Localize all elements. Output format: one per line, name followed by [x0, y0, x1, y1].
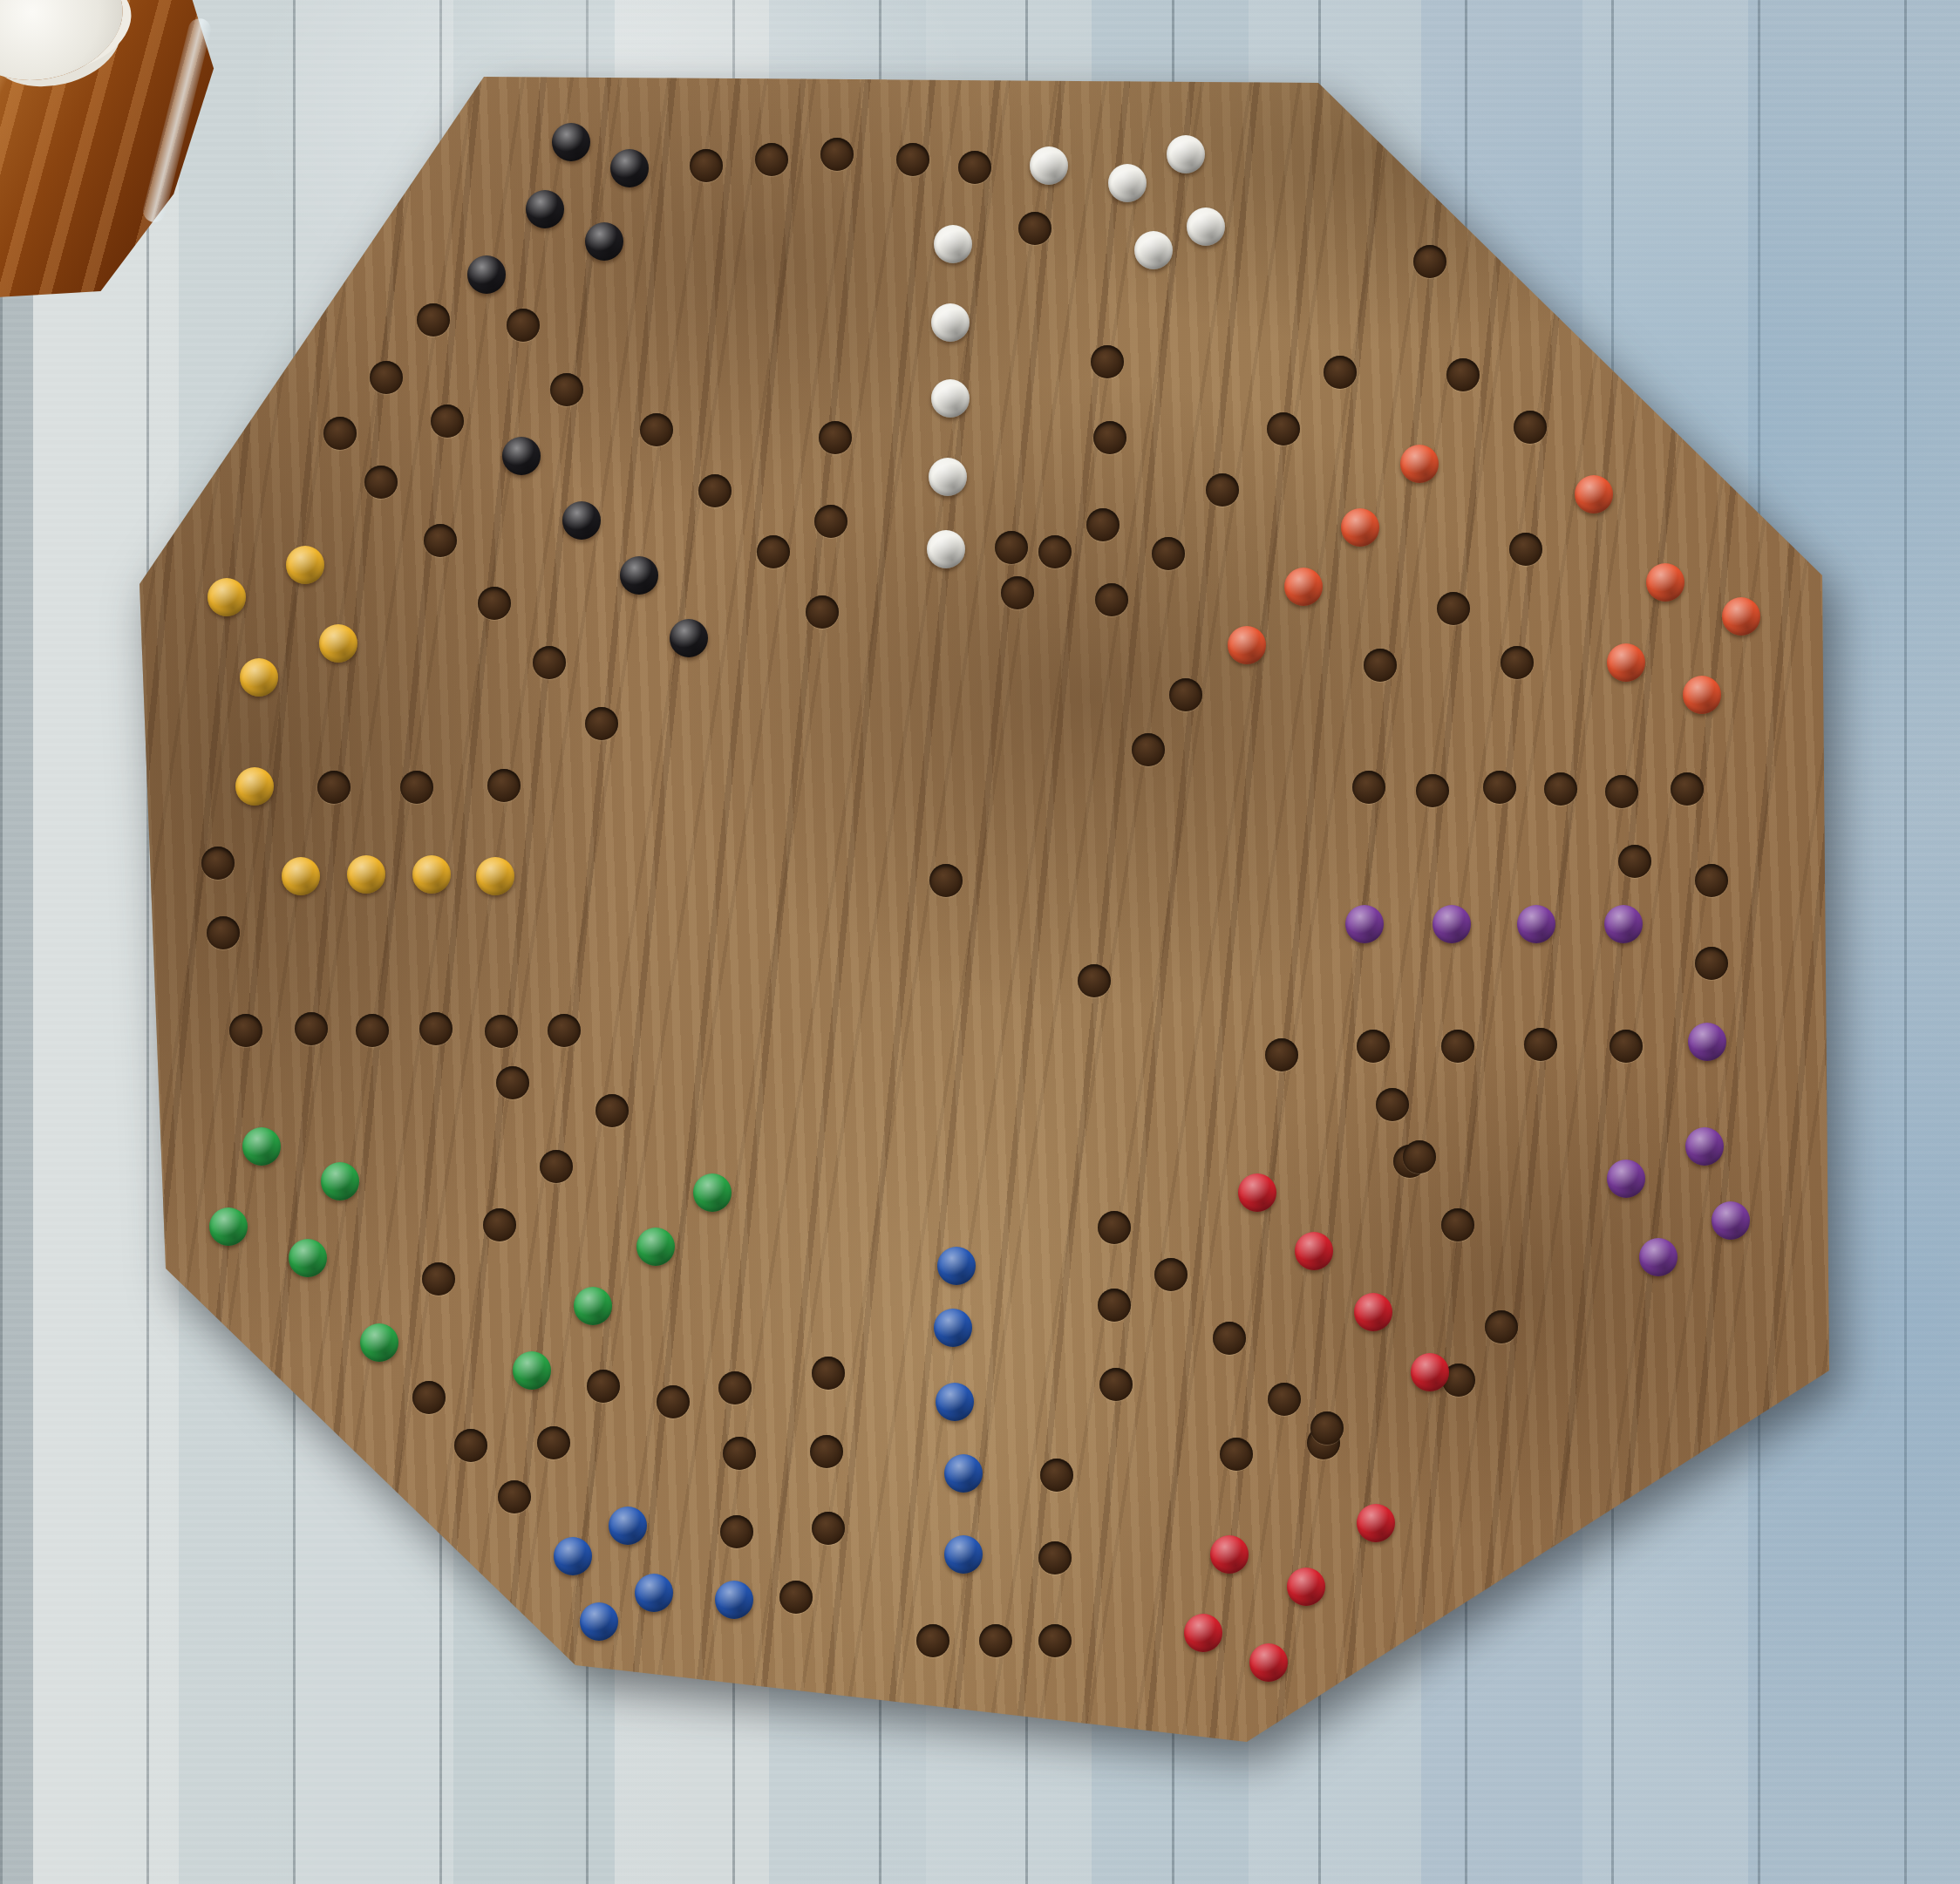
track-hole[interactable]	[540, 1150, 573, 1183]
track-hole[interactable]	[550, 373, 583, 406]
track-hole[interactable]	[1485, 1310, 1518, 1343]
track-hole[interactable]	[533, 646, 566, 679]
track-hole[interactable]	[1038, 535, 1072, 568]
red-home-hole[interactable]	[1411, 1353, 1449, 1391]
blue-home-hole[interactable]	[934, 1309, 972, 1347]
blue-start-hole[interactable]	[715, 1581, 753, 1619]
black-home-hole[interactable]	[620, 556, 658, 595]
track-hole[interactable]	[1483, 771, 1516, 804]
white-home-hole[interactable]	[934, 225, 972, 263]
track-hole[interactable]	[657, 1385, 690, 1418]
black-start-hole[interactable]	[526, 190, 564, 228]
track-hole[interactable]	[1169, 678, 1202, 711]
track-hole[interactable]	[1038, 1541, 1072, 1575]
track-hole[interactable]	[1018, 212, 1051, 245]
track-hole[interactable]	[1357, 1030, 1390, 1063]
track-hole[interactable]	[640, 413, 673, 446]
orange-home-hole[interactable]	[1341, 508, 1379, 547]
track-hole[interactable]	[537, 1426, 570, 1459]
track-hole[interactable]	[1093, 421, 1126, 454]
green-start-hole[interactable]	[360, 1323, 398, 1362]
game-board	[0, 0, 1960, 1884]
purple-home-hole[interactable]	[1345, 905, 1384, 943]
orange-start-hole[interactable]	[1607, 643, 1645, 682]
board-wrapper	[0, 0, 1960, 1884]
green-home-hole[interactable]	[574, 1287, 612, 1325]
track-hole[interactable]	[995, 531, 1028, 564]
white-start-hole[interactable]	[1030, 146, 1068, 185]
track-hole[interactable]	[698, 474, 732, 507]
red-home-hole[interactable]	[1295, 1232, 1333, 1270]
track-hole[interactable]	[483, 1208, 516, 1241]
track-hole[interactable]	[424, 524, 457, 557]
track-hole[interactable]	[595, 1094, 629, 1127]
track-hole[interactable]	[1132, 733, 1165, 766]
track-hole[interactable]	[1098, 1289, 1131, 1322]
track-hole[interactable]	[507, 309, 540, 342]
white-start-hole[interactable]	[1187, 207, 1225, 246]
track-hole[interactable]	[820, 138, 854, 171]
track-hole[interactable]	[1509, 533, 1542, 566]
track-hole[interactable]	[1364, 649, 1397, 682]
purple-home-hole[interactable]	[1433, 905, 1471, 943]
track-hole[interactable]	[207, 916, 240, 949]
track-hole[interactable]	[1268, 1383, 1301, 1416]
red-start-hole[interactable]	[1357, 1504, 1395, 1542]
blue-start-hole[interactable]	[554, 1537, 592, 1575]
red-start-hole[interactable]	[1249, 1643, 1288, 1682]
blue-home-hole[interactable]	[944, 1535, 983, 1574]
track-hole[interactable]	[819, 421, 852, 454]
track-hole[interactable]	[295, 1012, 328, 1045]
purple-home-hole[interactable]	[1517, 905, 1555, 943]
track-hole[interactable]	[757, 535, 790, 568]
black-home-hole[interactable]	[562, 501, 601, 540]
track-hole[interactable]	[431, 405, 464, 438]
yellow-start-hole[interactable]	[240, 658, 278, 697]
track-hole[interactable]	[412, 1381, 446, 1414]
track-hole[interactable]	[1441, 1030, 1474, 1063]
track-hole[interactable]	[1352, 771, 1385, 804]
track-hole[interactable]	[810, 1435, 843, 1468]
track-hole[interactable]	[1544, 772, 1577, 806]
orange-start-hole[interactable]	[1575, 475, 1613, 514]
track-hole[interactable]	[1695, 947, 1728, 980]
blue-start-hole[interactable]	[609, 1507, 647, 1545]
purple-home-hole[interactable]	[1604, 905, 1643, 943]
track-hole[interactable]	[229, 1014, 262, 1047]
purple-start-hole[interactable]	[1688, 1023, 1726, 1061]
track-hole[interactable]	[812, 1357, 845, 1390]
track-hole[interactable]	[485, 1015, 518, 1048]
purple-start-hole[interactable]	[1607, 1160, 1645, 1198]
track-hole[interactable]	[1524, 1028, 1557, 1061]
track-hole[interactable]	[1324, 356, 1357, 389]
black-start-hole[interactable]	[552, 123, 590, 161]
track-hole[interactable]	[1091, 345, 1124, 378]
track-hole[interactable]	[498, 1480, 531, 1513]
blue-home-hole[interactable]	[936, 1383, 974, 1421]
yellow-start-hole[interactable]	[286, 546, 324, 584]
track-hole[interactable]	[916, 1624, 949, 1657]
track-hole[interactable]	[929, 864, 963, 897]
track-hole[interactable]	[417, 303, 450, 337]
blue-start-hole[interactable]	[580, 1602, 618, 1641]
track-hole[interactable]	[1605, 775, 1638, 808]
blue-home-hole[interactable]	[937, 1247, 976, 1285]
track-hole[interactable]	[896, 143, 929, 176]
orange-start-hole[interactable]	[1722, 597, 1760, 636]
green-home-hole[interactable]	[693, 1173, 732, 1212]
track-hole[interactable]	[1413, 245, 1446, 278]
track-hole[interactable]	[1099, 1368, 1133, 1401]
yellow-start-hole[interactable]	[235, 767, 274, 806]
track-hole[interactable]	[1376, 1088, 1409, 1121]
track-hole[interactable]	[1501, 646, 1534, 679]
orange-start-hole[interactable]	[1683, 676, 1721, 714]
track-hole[interactable]	[364, 466, 398, 499]
red-start-hole[interactable]	[1287, 1568, 1325, 1606]
yellow-home-hole[interactable]	[412, 855, 451, 894]
track-hole[interactable]	[1154, 1258, 1188, 1291]
orange-home-hole[interactable]	[1228, 626, 1266, 664]
yellow-start-hole[interactable]	[208, 578, 246, 616]
track-hole[interactable]	[478, 587, 511, 620]
track-hole[interactable]	[400, 771, 433, 804]
track-hole[interactable]	[779, 1581, 813, 1614]
white-home-hole[interactable]	[931, 303, 970, 342]
green-start-hole[interactable]	[321, 1162, 359, 1200]
yellow-start-hole[interactable]	[319, 624, 357, 663]
yellow-home-hole[interactable]	[476, 857, 514, 895]
track-hole[interactable]	[1695, 864, 1728, 897]
purple-start-hole[interactable]	[1685, 1127, 1724, 1166]
yellow-home-hole[interactable]	[282, 857, 320, 895]
black-start-hole[interactable]	[610, 149, 649, 187]
track-hole[interactable]	[1441, 1208, 1474, 1241]
track-hole[interactable]	[814, 505, 847, 538]
track-hole[interactable]	[1403, 1140, 1436, 1173]
track-hole[interactable]	[323, 417, 357, 450]
white-home-hole[interactable]	[927, 530, 965, 568]
track-hole[interactable]	[718, 1371, 752, 1404]
track-hole[interactable]	[1078, 964, 1111, 997]
track-hole[interactable]	[979, 1624, 1012, 1657]
track-hole[interactable]	[1095, 583, 1128, 616]
red-start-hole[interactable]	[1184, 1614, 1222, 1652]
track-hole[interactable]	[690, 149, 723, 182]
track-hole[interactable]	[720, 1515, 753, 1548]
track-hole[interactable]	[1416, 774, 1449, 807]
track-hole[interactable]	[1514, 411, 1547, 444]
red-home-hole[interactable]	[1238, 1173, 1276, 1212]
track-hole[interactable]	[422, 1262, 455, 1296]
green-start-hole[interactable]	[289, 1239, 327, 1277]
track-hole[interactable]	[1152, 537, 1185, 570]
yellow-home-hole[interactable]	[347, 855, 385, 894]
track-hole[interactable]	[419, 1012, 453, 1045]
red-start-hole[interactable]	[1210, 1535, 1249, 1574]
track-hole[interactable]	[1086, 508, 1120, 541]
track-hole[interactable]	[1437, 592, 1470, 625]
track-hole[interactable]	[806, 595, 839, 629]
track-hole[interactable]	[548, 1014, 581, 1047]
black-start-hole[interactable]	[467, 255, 506, 294]
track-hole[interactable]	[1610, 1030, 1643, 1063]
purple-start-hole[interactable]	[1712, 1201, 1750, 1240]
track-hole[interactable]	[487, 769, 521, 802]
red-home-hole[interactable]	[1354, 1293, 1392, 1331]
track-hole[interactable]	[496, 1066, 529, 1099]
track-hole[interactable]	[1671, 772, 1704, 806]
track-hole[interactable]	[587, 1370, 620, 1403]
green-home-hole[interactable]	[636, 1228, 675, 1266]
green-start-hole[interactable]	[242, 1127, 281, 1166]
wood-grain-blotches	[0, 0, 1960, 1884]
track-hole[interactable]	[1618, 845, 1651, 878]
track-hole[interactable]	[1220, 1438, 1253, 1471]
track-hole[interactable]	[812, 1512, 845, 1545]
track-hole[interactable]	[1310, 1411, 1344, 1445]
white-start-hole[interactable]	[1167, 135, 1205, 173]
black-home-hole[interactable]	[502, 437, 541, 475]
white-start-hole[interactable]	[1108, 164, 1147, 202]
orange-start-hole[interactable]	[1646, 563, 1684, 602]
purple-start-hole[interactable]	[1639, 1238, 1678, 1276]
black-home-hole[interactable]	[670, 619, 708, 657]
track-hole[interactable]	[958, 151, 991, 184]
track-hole[interactable]	[585, 707, 618, 740]
track-hole[interactable]	[1001, 576, 1034, 609]
track-hole[interactable]	[1267, 412, 1300, 445]
green-start-hole[interactable]	[209, 1207, 248, 1246]
track-hole[interactable]	[1265, 1038, 1298, 1071]
track-hole[interactable]	[317, 771, 350, 804]
track-hole[interactable]	[755, 143, 788, 176]
track-hole[interactable]	[370, 361, 403, 394]
track-hole[interactable]	[1206, 473, 1239, 507]
green-home-hole[interactable]	[513, 1351, 551, 1390]
track-hole[interactable]	[1098, 1211, 1131, 1244]
black-start-hole[interactable]	[585, 222, 623, 261]
track-hole[interactable]	[1446, 358, 1480, 391]
blue-home-hole[interactable]	[944, 1454, 983, 1493]
white-home-hole[interactable]	[929, 458, 967, 496]
track-hole[interactable]	[1213, 1322, 1246, 1355]
track-hole[interactable]	[1038, 1624, 1072, 1657]
orange-home-hole[interactable]	[1400, 445, 1439, 483]
track-hole[interactable]	[723, 1437, 756, 1470]
track-hole[interactable]	[356, 1014, 389, 1047]
blue-start-hole[interactable]	[635, 1574, 673, 1612]
orange-home-hole[interactable]	[1284, 568, 1323, 606]
white-start-hole[interactable]	[1134, 231, 1173, 269]
white-home-hole[interactable]	[931, 379, 970, 418]
track-hole[interactable]	[201, 847, 235, 880]
track-hole[interactable]	[454, 1429, 487, 1462]
track-hole[interactable]	[1040, 1459, 1073, 1492]
